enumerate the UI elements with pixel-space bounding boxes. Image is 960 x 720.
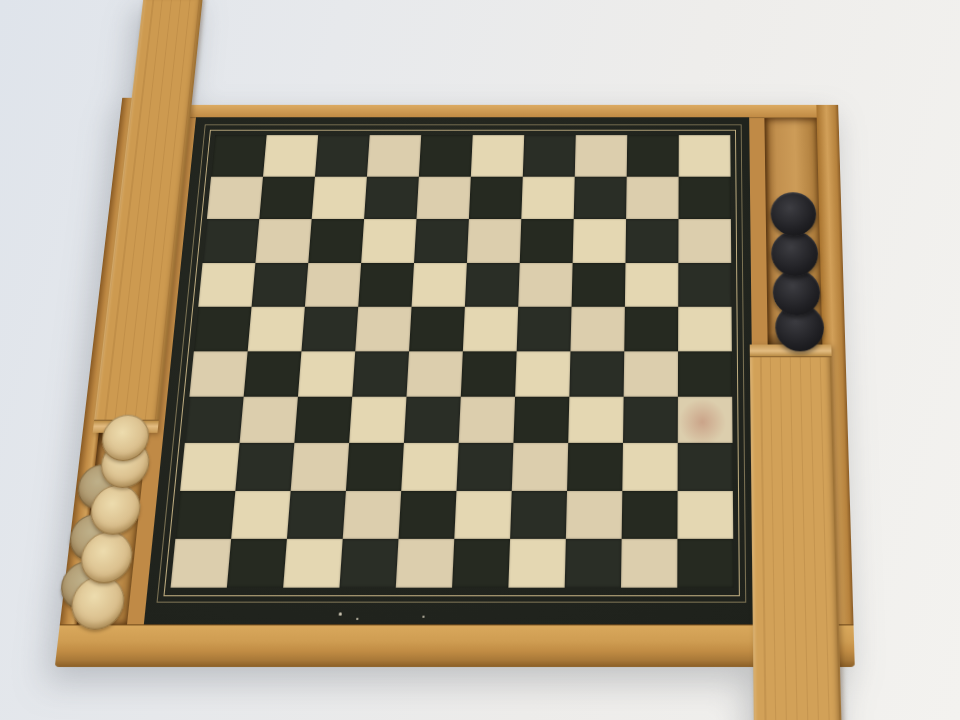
square-r8c5: [401, 443, 458, 490]
square-r4c4: [358, 263, 414, 307]
square-r3c6: [467, 219, 521, 262]
square-r6c8: [569, 351, 624, 397]
square-r8c3: [291, 443, 349, 490]
square-r8c9: [622, 443, 677, 490]
square-r8c7: [512, 443, 568, 490]
square-r3c7: [520, 219, 574, 262]
right-sliding-lid: [750, 345, 842, 720]
square-r6c3: [298, 351, 355, 397]
square-r4c7: [518, 263, 572, 307]
square-r10c4: [339, 539, 398, 588]
square-r6c10: [678, 351, 732, 397]
black-disc-3: [772, 270, 820, 316]
square-r10c9: [621, 539, 677, 588]
square-r1c1: [211, 135, 267, 177]
square-r2c7: [521, 177, 574, 219]
square-r10c1: [171, 539, 232, 588]
square-r5c6: [463, 307, 518, 352]
square-r3c1: [203, 219, 260, 262]
black-disc-1: [770, 192, 816, 235]
square-r4c3: [305, 263, 361, 307]
square-r1c9: [627, 135, 679, 177]
square-r9c6: [454, 491, 511, 539]
square-r4c9: [625, 263, 678, 307]
square-r8c6: [456, 443, 513, 490]
square-r7c1: [185, 397, 244, 443]
square-r5c8: [570, 307, 624, 352]
photo-background: { "game": "checkers-draughts", "scene": …: [0, 0, 960, 720]
square-r3c5: [414, 219, 469, 262]
square-r9c10: [677, 491, 733, 539]
square-r6c9: [624, 351, 678, 397]
square-r5c4: [355, 307, 411, 352]
square-r5c5: [409, 307, 465, 352]
square-r3c4: [361, 219, 416, 262]
square-r4c5: [412, 263, 467, 307]
square-r10c6: [452, 539, 510, 588]
square-r1c10: [679, 135, 731, 177]
square-r6c4: [352, 351, 409, 397]
square-r7c4: [349, 397, 406, 443]
square-r6c5: [406, 351, 462, 397]
square-r5c9: [624, 307, 678, 352]
square-r2c9: [626, 177, 679, 219]
square-r5c2: [248, 307, 305, 352]
square-r3c3: [308, 219, 364, 262]
square-r5c3: [301, 307, 358, 352]
square-r6c1: [189, 351, 247, 397]
square-r9c1: [175, 491, 235, 539]
square-r1c3: [315, 135, 370, 177]
square-r10c10: [677, 539, 733, 588]
square-r10c7: [508, 539, 566, 588]
square-r7c9: [623, 397, 678, 443]
black-disc-2: [771, 231, 819, 276]
square-r10c2: [227, 539, 287, 588]
square-r8c2: [235, 443, 294, 490]
square-r2c3: [312, 177, 367, 219]
square-r4c2: [252, 263, 309, 307]
square-r9c9: [622, 491, 678, 539]
square-r4c8: [572, 263, 626, 307]
square-r1c2: [263, 135, 318, 177]
square-r9c3: [287, 491, 346, 539]
square-r4c10: [678, 263, 731, 307]
square-r10c8: [565, 539, 622, 588]
square-r4c6: [465, 263, 520, 307]
box-top-rail: [120, 105, 839, 118]
square-r2c4: [364, 177, 419, 219]
square-r6c7: [515, 351, 570, 397]
square-r7c5: [404, 397, 461, 443]
square-r6c6: [461, 351, 517, 397]
square-r7c7: [513, 397, 569, 443]
box-bottom-rail: [55, 624, 855, 667]
square-r3c10: [678, 219, 731, 262]
square-r3c9: [625, 219, 678, 262]
square-r5c7: [517, 307, 572, 352]
square-r5c1: [194, 307, 252, 352]
square-r1c7: [523, 135, 576, 177]
square-r9c2: [231, 491, 291, 539]
square-r3c2: [255, 219, 311, 262]
square-r8c8: [567, 443, 623, 490]
square-r7c6: [459, 397, 515, 443]
square-r10c3: [283, 539, 343, 588]
square-r5c10: [678, 307, 732, 352]
square-r9c7: [510, 491, 567, 539]
square-r9c4: [343, 491, 401, 539]
square-r1c5: [419, 135, 473, 177]
square-r2c10: [679, 177, 731, 219]
square-r8c1: [180, 443, 239, 490]
square-r9c8: [566, 491, 622, 539]
square-r1c4: [367, 135, 421, 177]
square-r10c5: [396, 539, 455, 588]
board-stain: [678, 397, 733, 443]
square-r7c2: [240, 397, 298, 443]
square-r2c2: [259, 177, 315, 219]
square-r2c6: [469, 177, 523, 219]
games-box: [55, 105, 855, 666]
checkerboard: [171, 135, 734, 588]
square-r7c10: [678, 397, 733, 443]
square-r1c6: [471, 135, 524, 177]
square-r7c3: [294, 397, 352, 443]
square-r8c10: [678, 443, 733, 490]
square-r6c2: [244, 351, 302, 397]
square-r2c5: [416, 177, 470, 219]
square-r7c8: [568, 397, 623, 443]
square-r1c8: [575, 135, 628, 177]
square-r2c8: [574, 177, 627, 219]
square-r4c1: [198, 263, 255, 307]
square-r2c1: [207, 177, 263, 219]
square-r8c4: [346, 443, 404, 490]
square-r9c5: [399, 491, 457, 539]
square-r3c8: [573, 219, 626, 262]
